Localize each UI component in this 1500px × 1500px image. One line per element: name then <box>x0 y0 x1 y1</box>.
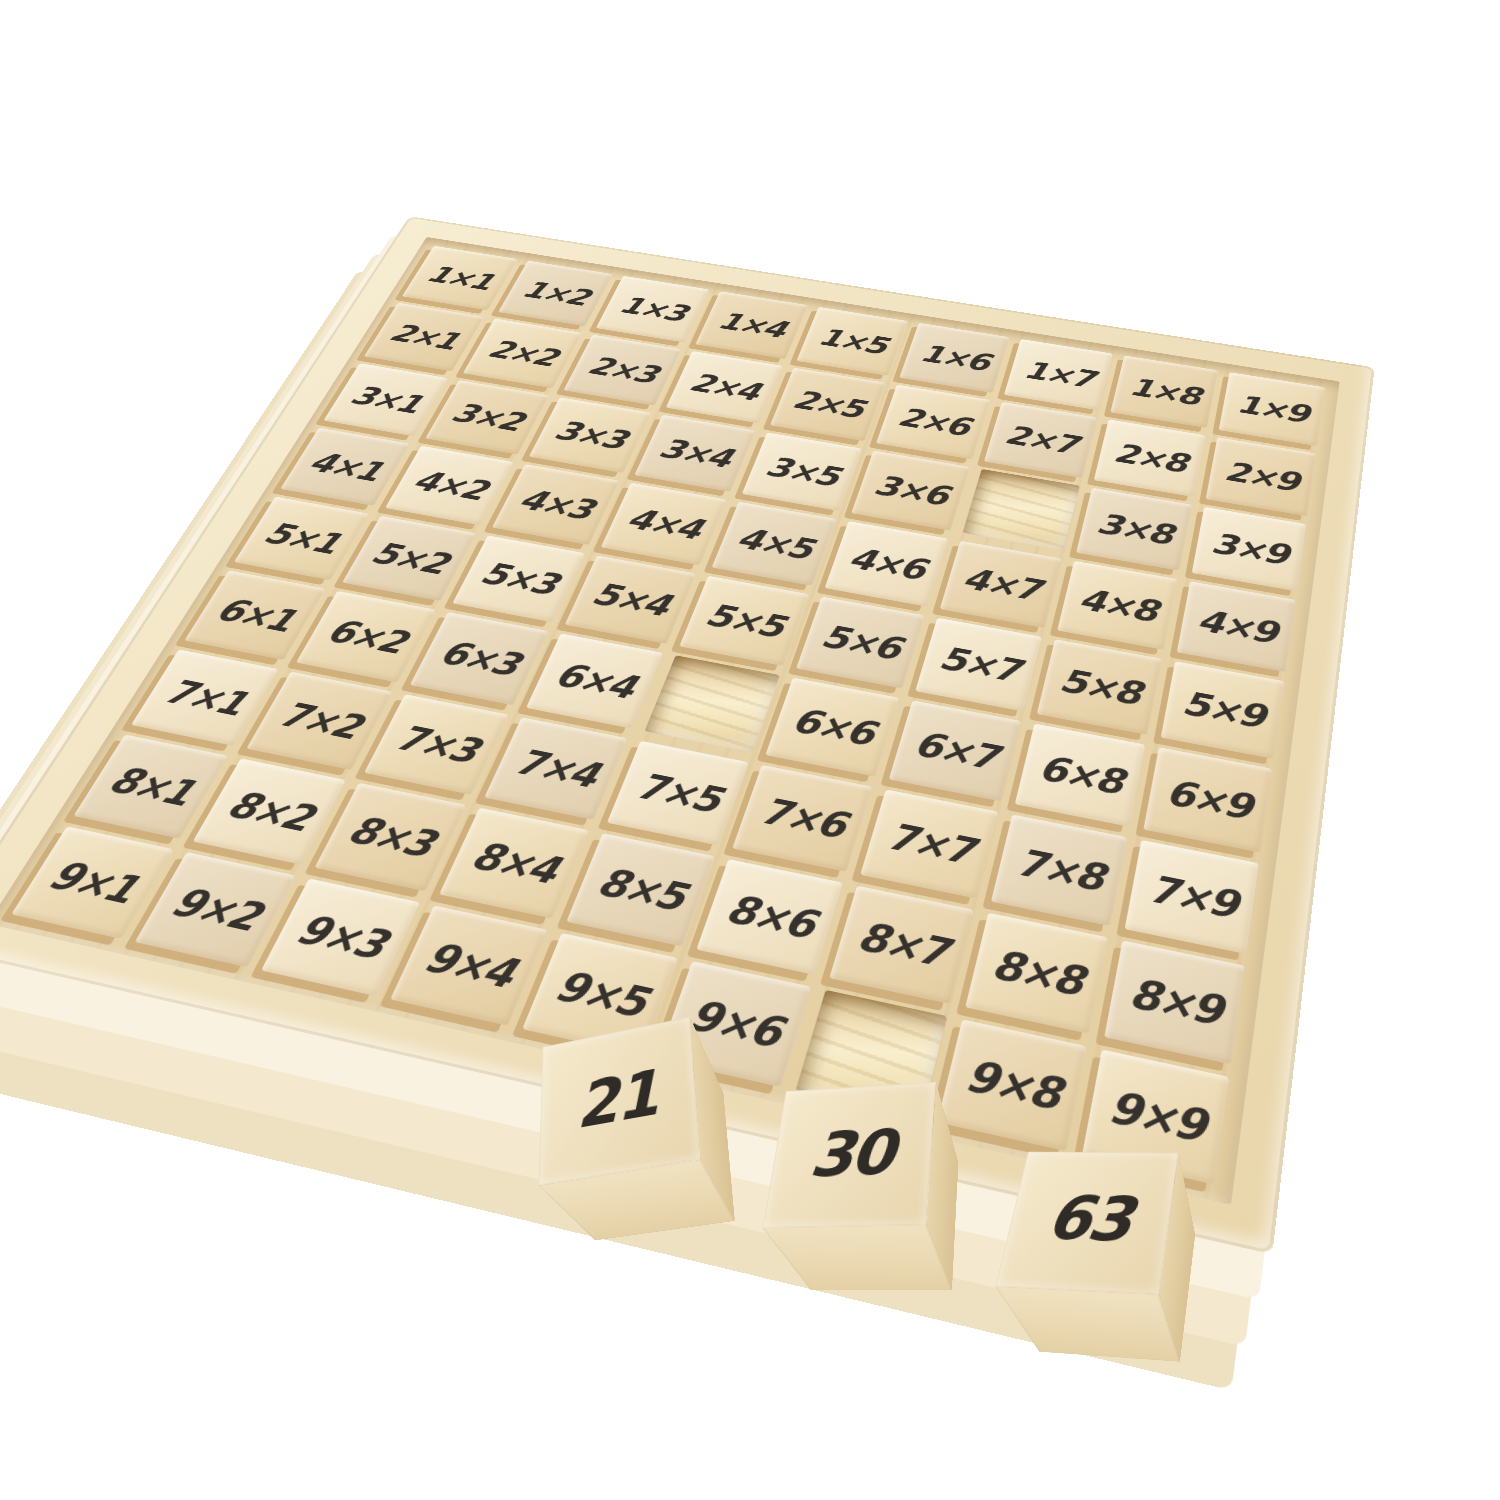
answer-cube-63[interactable]: 63 <box>949 1102 1261 1414</box>
answer-cubes: 213063 <box>0 0 1500 1500</box>
cube-number-label: 63 <box>1041 1183 1135 1256</box>
cube-body: 21 <box>541 1085 729 1176</box>
cube-front-face <box>762 1225 952 1291</box>
cube-number-label: 30 <box>806 1116 895 1191</box>
cube-number-label: 21 <box>576 1056 657 1143</box>
cube-top-face: 30 <box>762 1082 936 1228</box>
cube-top-face: 21 <box>538 1017 700 1186</box>
cube-body: 63 <box>1012 1216 1187 1296</box>
scene: 1×11×21×31×41×51×61×71×81×92×12×22×32×42… <box>0 0 1500 1500</box>
cube-top-face: 63 <box>995 1152 1178 1295</box>
cube-body: 30 <box>775 1150 956 1227</box>
cube-front-face <box>995 1286 1180 1361</box>
